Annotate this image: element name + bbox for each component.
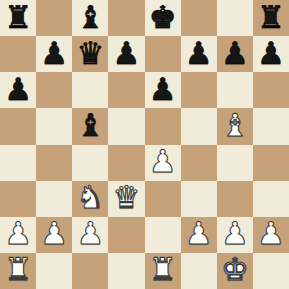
square-h2[interactable]: ♟ xyxy=(253,217,289,253)
square-g7[interactable]: ♟ xyxy=(217,36,253,72)
square-b4[interactable] xyxy=(36,145,72,181)
piece-black-queen[interactable]: ♛ xyxy=(76,38,104,69)
piece-white-pawn[interactable]: ♟ xyxy=(257,218,285,249)
piece-white-rook[interactable]: ♜ xyxy=(4,254,32,285)
square-b1[interactable] xyxy=(36,253,72,289)
square-a5[interactable] xyxy=(0,108,36,144)
piece-white-queen[interactable]: ♛ xyxy=(113,182,141,213)
piece-black-pawn[interactable]: ♟ xyxy=(4,74,32,105)
square-b6[interactable] xyxy=(36,72,72,108)
square-b7[interactable]: ♟ xyxy=(36,36,72,72)
square-a3[interactable] xyxy=(0,181,36,217)
piece-black-pawn[interactable]: ♟ xyxy=(149,74,177,105)
square-a4[interactable] xyxy=(0,145,36,181)
square-g3[interactable] xyxy=(217,181,253,217)
square-c3[interactable]: ♞ xyxy=(72,181,108,217)
square-e3[interactable] xyxy=(145,181,181,217)
square-h1[interactable] xyxy=(253,253,289,289)
square-f4[interactable] xyxy=(181,145,217,181)
square-h3[interactable] xyxy=(253,181,289,217)
square-c5[interactable]: ♝ xyxy=(72,108,108,144)
square-c8[interactable]: ♝ xyxy=(72,0,108,36)
square-c2[interactable]: ♟ xyxy=(72,217,108,253)
square-d7[interactable]: ♟ xyxy=(108,36,144,72)
square-f8[interactable] xyxy=(181,0,217,36)
square-d2[interactable] xyxy=(108,217,144,253)
square-e2[interactable] xyxy=(145,217,181,253)
square-f1[interactable] xyxy=(181,253,217,289)
piece-white-king[interactable]: ♚ xyxy=(221,254,249,285)
piece-white-pawn[interactable]: ♟ xyxy=(40,218,68,249)
piece-black-rook[interactable]: ♜ xyxy=(4,2,32,33)
piece-white-rook[interactable]: ♜ xyxy=(149,254,177,285)
chess-board: ♜♝♚♜♟♛♟♟♟♟♟♟♝♝♟♞♛♟♟♟♟♟♟♜♜♚ xyxy=(0,0,289,289)
square-f3[interactable] xyxy=(181,181,217,217)
square-e1[interactable]: ♜ xyxy=(145,253,181,289)
square-e4[interactable]: ♟ xyxy=(145,145,181,181)
square-e6[interactable]: ♟ xyxy=(145,72,181,108)
square-g8[interactable] xyxy=(217,0,253,36)
piece-white-pawn[interactable]: ♟ xyxy=(185,218,213,249)
piece-black-pawn[interactable]: ♟ xyxy=(221,38,249,69)
square-d5[interactable] xyxy=(108,108,144,144)
square-a7[interactable] xyxy=(0,36,36,72)
square-a2[interactable]: ♟ xyxy=(0,217,36,253)
square-c4[interactable] xyxy=(72,145,108,181)
square-b3[interactable] xyxy=(36,181,72,217)
square-d3[interactable]: ♛ xyxy=(108,181,144,217)
square-f7[interactable]: ♟ xyxy=(181,36,217,72)
square-g2[interactable]: ♟ xyxy=(217,217,253,253)
square-b8[interactable] xyxy=(36,0,72,36)
square-d6[interactable] xyxy=(108,72,144,108)
piece-white-pawn[interactable]: ♟ xyxy=(4,218,32,249)
chess-board-container: ♜♝♚♜♟♛♟♟♟♟♟♟♝♝♟♞♛♟♟♟♟♟♟♜♜♚ xyxy=(0,0,289,289)
square-g1[interactable]: ♚ xyxy=(217,253,253,289)
piece-black-bishop[interactable]: ♝ xyxy=(76,2,104,33)
square-h4[interactable] xyxy=(253,145,289,181)
piece-black-pawn[interactable]: ♟ xyxy=(40,38,68,69)
square-c1[interactable] xyxy=(72,253,108,289)
square-c6[interactable] xyxy=(72,72,108,108)
square-a1[interactable]: ♜ xyxy=(0,253,36,289)
square-e7[interactable] xyxy=(145,36,181,72)
square-a8[interactable]: ♜ xyxy=(0,0,36,36)
square-g4[interactable] xyxy=(217,145,253,181)
piece-black-pawn[interactable]: ♟ xyxy=(185,38,213,69)
piece-white-pawn[interactable]: ♟ xyxy=(221,218,249,249)
piece-black-bishop[interactable]: ♝ xyxy=(76,110,104,141)
square-h8[interactable]: ♜ xyxy=(253,0,289,36)
square-c7[interactable]: ♛ xyxy=(72,36,108,72)
square-g6[interactable] xyxy=(217,72,253,108)
piece-white-bishop[interactable]: ♝ xyxy=(221,110,249,141)
piece-black-pawn[interactable]: ♟ xyxy=(113,38,141,69)
piece-white-pawn[interactable]: ♟ xyxy=(149,146,177,177)
square-h6[interactable] xyxy=(253,72,289,108)
piece-black-king[interactable]: ♚ xyxy=(149,2,177,33)
square-f5[interactable] xyxy=(181,108,217,144)
piece-white-pawn[interactable]: ♟ xyxy=(76,218,104,249)
square-d1[interactable] xyxy=(108,253,144,289)
piece-black-rook[interactable]: ♜ xyxy=(257,2,285,33)
square-b2[interactable]: ♟ xyxy=(36,217,72,253)
square-g5[interactable]: ♝ xyxy=(217,108,253,144)
square-e5[interactable] xyxy=(145,108,181,144)
square-f2[interactable]: ♟ xyxy=(181,217,217,253)
square-a6[interactable]: ♟ xyxy=(0,72,36,108)
piece-white-knight[interactable]: ♞ xyxy=(76,182,104,213)
square-d8[interactable] xyxy=(108,0,144,36)
square-b5[interactable] xyxy=(36,108,72,144)
square-h7[interactable]: ♟ xyxy=(253,36,289,72)
square-e8[interactable]: ♚ xyxy=(145,0,181,36)
square-d4[interactable] xyxy=(108,145,144,181)
piece-black-pawn[interactable]: ♟ xyxy=(257,38,285,69)
square-f6[interactable] xyxy=(181,72,217,108)
square-h5[interactable] xyxy=(253,108,289,144)
